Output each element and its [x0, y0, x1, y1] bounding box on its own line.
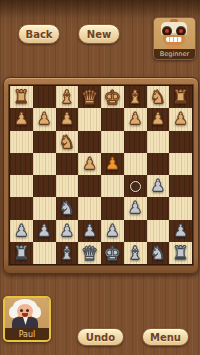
square-g3[interactable]	[147, 197, 170, 219]
square-a4[interactable]	[10, 175, 33, 197]
square-e1[interactable]: ♚	[101, 242, 124, 264]
square-b7[interactable]: ♟	[33, 108, 56, 130]
square-d6[interactable]	[78, 131, 101, 153]
top-shadow	[0, 0, 200, 18]
piece-black-rook-a8[interactable]: ♜	[13, 86, 29, 108]
player-name-label: Paul	[5, 328, 49, 340]
piece-black-pawn-b7[interactable]: ♟	[37, 108, 51, 130]
square-a8[interactable]: ♜	[10, 86, 33, 108]
square-e5[interactable]: ♟	[101, 153, 124, 175]
new-game-button[interactable]: New	[78, 24, 120, 44]
chess-app-screen: Back New Beginner ♜♝♛♚♝♞♜♟♟♟♟♟♟♞♟♟♟♞♟♟♟♟…	[0, 0, 200, 355]
piece-white-pawn-d2[interactable]: ♟	[82, 220, 96, 242]
square-a3[interactable]	[10, 197, 33, 219]
player-avatar	[5, 298, 49, 328]
square-h3[interactable]	[169, 197, 192, 219]
player-card[interactable]: Paul	[3, 296, 51, 342]
square-a2[interactable]: ♟	[10, 220, 33, 242]
piece-white-queen-d1[interactable]: ♛	[81, 242, 98, 264]
square-d2[interactable]: ♟	[78, 220, 101, 242]
square-b2[interactable]: ♟	[33, 220, 56, 242]
move-marker[interactable]	[130, 181, 141, 192]
chess-board: ♜♝♛♚♝♞♜♟♟♟♟♟♟♞♟♟♟♞♟♟♟♟♟♟♟♜♝♛♚♝♞♜	[9, 85, 193, 265]
square-c6[interactable]: ♞	[56, 131, 79, 153]
square-f8[interactable]: ♝	[124, 86, 147, 108]
piece-white-pawn-e2[interactable]: ♟	[105, 220, 119, 242]
square-c7[interactable]: ♟	[56, 108, 79, 130]
square-c5[interactable]	[56, 153, 79, 175]
square-h1[interactable]: ♜	[169, 242, 192, 264]
piece-black-pawn-c7[interactable]: ♟	[60, 108, 74, 130]
square-e2[interactable]: ♟	[101, 220, 124, 242]
piece-black-pawn-g7[interactable]: ♟	[151, 108, 165, 130]
square-f4[interactable]	[124, 175, 147, 197]
piece-white-pawn-f3[interactable]: ♟	[128, 197, 142, 219]
piece-black-pawn-h7[interactable]: ♟	[173, 108, 187, 130]
square-b1[interactable]	[33, 242, 56, 264]
square-c1[interactable]: ♝	[56, 242, 79, 264]
piece-white-knight-c3[interactable]: ♞	[59, 197, 75, 219]
old-man-icon	[5, 298, 49, 328]
square-e7[interactable]	[101, 108, 124, 130]
piece-white-pawn-g4[interactable]: ♟	[151, 175, 165, 197]
opponent-card[interactable]: Beginner	[153, 17, 196, 60]
undo-button[interactable]: Undo	[77, 328, 124, 346]
square-h8[interactable]: ♜	[169, 86, 192, 108]
back-button[interactable]: Back	[18, 24, 60, 44]
piece-white-pawn-h2[interactable]: ♟	[173, 220, 187, 242]
piece-white-pawn-a2[interactable]: ♟	[14, 220, 28, 242]
square-g5[interactable]	[147, 153, 170, 175]
square-d1[interactable]: ♛	[78, 242, 101, 264]
square-b5[interactable]	[33, 153, 56, 175]
piece-black-knight-g8[interactable]: ♞	[150, 86, 166, 108]
square-e4[interactable]	[101, 175, 124, 197]
square-b6[interactable]	[33, 131, 56, 153]
square-g2[interactable]	[147, 220, 170, 242]
square-d8[interactable]: ♛	[78, 86, 101, 108]
square-h2[interactable]: ♟	[169, 220, 192, 242]
piece-black-pawn-d5[interactable]: ♟	[82, 153, 96, 175]
square-f2[interactable]	[124, 220, 147, 242]
square-g1[interactable]: ♞	[147, 242, 170, 264]
square-a1[interactable]: ♜	[10, 242, 33, 264]
piece-black-knight-c6[interactable]: ♞	[59, 131, 75, 153]
piece-white-knight-g1[interactable]: ♞	[150, 242, 166, 264]
undo-button-label: Undo	[86, 332, 115, 343]
square-e3[interactable]	[101, 197, 124, 219]
board-frame: ♜♝♛♚♝♞♜♟♟♟♟♟♟♞♟♟♟♞♟♟♟♟♟♟♟♜♝♛♚♝♞♜	[3, 77, 199, 274]
square-d5[interactable]: ♟	[78, 153, 101, 175]
piece-black-bishop-f8[interactable]: ♝	[127, 86, 143, 108]
square-g6[interactable]	[147, 131, 170, 153]
square-g8[interactable]: ♞	[147, 86, 170, 108]
square-h5[interactable]	[169, 153, 192, 175]
square-f5[interactable]	[124, 153, 147, 175]
piece-white-king-e1[interactable]: ♚	[104, 242, 121, 264]
square-c3[interactable]: ♞	[56, 197, 79, 219]
square-b3[interactable]	[33, 197, 56, 219]
square-h7[interactable]: ♟	[169, 108, 192, 130]
menu-button[interactable]: Menu	[142, 328, 189, 346]
square-c4[interactable]	[56, 175, 79, 197]
square-h6[interactable]	[169, 131, 192, 153]
square-c8[interactable]: ♝	[56, 86, 79, 108]
piece-white-rook-h1[interactable]: ♜	[173, 242, 189, 264]
piece-black-pawn-f7[interactable]: ♟	[128, 108, 142, 130]
square-f3[interactable]: ♟	[124, 197, 147, 219]
square-f1[interactable]: ♝	[124, 242, 147, 264]
square-a5[interactable]	[10, 153, 33, 175]
opponent-level-label: Beginner	[154, 49, 195, 59]
square-a6[interactable]	[10, 131, 33, 153]
opponent-avatar	[154, 18, 195, 49]
piece-white-pawn-b2[interactable]: ♟	[37, 220, 51, 242]
square-f7[interactable]: ♟	[124, 108, 147, 130]
square-f6[interactable]	[124, 131, 147, 153]
robot-icon	[154, 18, 195, 49]
piece-black-pawn-a7[interactable]: ♟	[14, 108, 28, 130]
piece-black-bishop-c8[interactable]: ♝	[59, 86, 75, 108]
square-a7[interactable]: ♟	[10, 108, 33, 130]
piece-black-queen-d8[interactable]: ♛	[81, 86, 98, 108]
back-button-label: Back	[26, 29, 53, 40]
square-d7[interactable]	[78, 108, 101, 130]
square-d3[interactable]	[78, 197, 101, 219]
new-button-label: New	[87, 29, 111, 40]
square-b8[interactable]	[33, 86, 56, 108]
square-h4[interactable]	[169, 175, 192, 197]
piece-black-king-e8[interactable]: ♚	[104, 86, 121, 108]
piece-white-rook-a1[interactable]: ♜	[13, 242, 29, 264]
square-g4[interactable]: ♟	[147, 175, 170, 197]
square-c2[interactable]: ♟	[56, 220, 79, 242]
square-e8[interactable]: ♚	[101, 86, 124, 108]
square-e6[interactable]	[101, 131, 124, 153]
piece-black-pawn-e5[interactable]: ♟	[105, 153, 119, 175]
menu-button-label: Menu	[150, 332, 181, 343]
piece-black-rook-h8[interactable]: ♜	[173, 86, 189, 108]
piece-white-bishop-f1[interactable]: ♝	[127, 242, 143, 264]
square-g7[interactable]: ♟	[147, 108, 170, 130]
square-b4[interactable]	[33, 175, 56, 197]
piece-white-bishop-c1[interactable]: ♝	[59, 242, 75, 264]
piece-white-pawn-c2[interactable]: ♟	[60, 220, 74, 242]
square-d4[interactable]	[78, 175, 101, 197]
